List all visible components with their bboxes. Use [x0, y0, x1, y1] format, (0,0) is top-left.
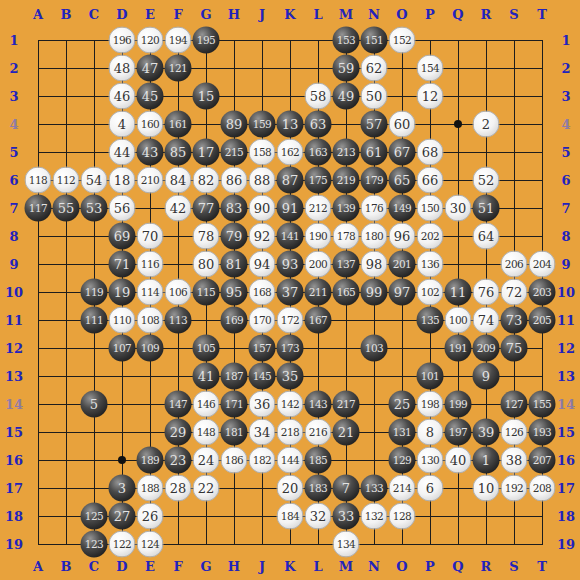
go-stone-M15: 21 — [333, 419, 360, 446]
coord-label-row-13: 13 — [557, 370, 575, 383]
coord-label-col-H: H — [228, 560, 240, 573]
go-stone-P5: 68 — [417, 139, 444, 166]
go-stone-L14: 143 — [305, 391, 332, 418]
go-stone-E11: 108 — [137, 307, 164, 334]
go-stone-F10: 106 — [165, 279, 192, 306]
go-stone-G5: 17 — [193, 139, 220, 166]
go-stone-H7: 83 — [221, 195, 248, 222]
coord-label-row-11: 11 — [557, 314, 575, 327]
coord-label-col-N: N — [368, 8, 380, 21]
go-stone-J9: 94 — [249, 251, 276, 278]
go-stone-S11: 73 — [501, 307, 528, 334]
coord-label-row-10: 10 — [5, 286, 23, 299]
go-stone-E4: 160 — [137, 111, 164, 138]
go-stone-S17: 192 — [501, 475, 528, 502]
go-stone-M3: 49 — [333, 83, 360, 110]
go-stone-O17: 214 — [389, 475, 416, 502]
go-stone-M6: 219 — [333, 167, 360, 194]
go-stone-O6: 65 — [389, 167, 416, 194]
go-stone-L17: 183 — [305, 475, 332, 502]
go-stone-M10: 165 — [333, 279, 360, 306]
go-stone-L16: 185 — [305, 447, 332, 474]
go-stone-J7: 90 — [249, 195, 276, 222]
go-stone-F16: 23 — [165, 447, 192, 474]
go-stone-C14: 5 — [81, 391, 108, 418]
go-stone-S12: 75 — [501, 335, 528, 362]
coord-label-col-C: C — [89, 560, 99, 573]
coord-label-col-J: J — [259, 8, 265, 21]
go-stone-C10: 119 — [81, 279, 108, 306]
go-stone-K4: 13 — [277, 111, 304, 138]
coord-label-row-5: 5 — [9, 146, 18, 159]
go-stone-S14: 127 — [501, 391, 528, 418]
coord-label-row-12: 12 — [557, 342, 575, 355]
coord-label-col-Q: Q — [452, 560, 463, 573]
go-stone-H9: 81 — [221, 251, 248, 278]
go-stone-E10: 114 — [137, 279, 164, 306]
coord-label-col-S: S — [509, 8, 518, 21]
go-stone-F7: 42 — [165, 195, 192, 222]
go-stone-P3: 12 — [417, 83, 444, 110]
go-stone-B7: 55 — [53, 195, 80, 222]
go-stone-F5: 85 — [165, 139, 192, 166]
go-stone-N10: 99 — [361, 279, 388, 306]
go-stone-F6: 84 — [165, 167, 192, 194]
go-stone-N4: 57 — [361, 111, 388, 138]
go-stone-T14: 155 — [529, 391, 556, 418]
go-stone-G7: 77 — [193, 195, 220, 222]
go-stone-E2: 47 — [137, 55, 164, 82]
go-stone-M5: 213 — [333, 139, 360, 166]
go-stone-D19: 122 — [109, 531, 136, 558]
go-stone-K6: 87 — [277, 167, 304, 194]
coord-label-row-4: 4 — [9, 118, 18, 131]
go-stone-E19: 124 — [137, 531, 164, 558]
coord-label-col-G: G — [200, 560, 211, 573]
go-stone-M9: 137 — [333, 251, 360, 278]
go-stone-L15: 216 — [305, 419, 332, 446]
coord-label-col-D: D — [116, 560, 127, 573]
go-stone-F11: 113 — [165, 307, 192, 334]
go-stone-Q16: 40 — [445, 447, 472, 474]
go-stone-N1: 151 — [361, 27, 388, 54]
coord-label-col-F: F — [173, 8, 182, 21]
go-stone-N7: 176 — [361, 195, 388, 222]
go-stone-G17: 22 — [193, 475, 220, 502]
go-stone-J8: 92 — [249, 223, 276, 250]
go-stone-K7: 91 — [277, 195, 304, 222]
go-stone-D7: 56 — [109, 195, 136, 222]
coord-label-row-17: 17 — [5, 482, 23, 495]
go-stone-N2: 62 — [361, 55, 388, 82]
go-stone-G13: 41 — [193, 363, 220, 390]
go-stone-G6: 82 — [193, 167, 220, 194]
go-stone-T11: 205 — [529, 307, 556, 334]
coord-label-row-14: 14 — [5, 398, 23, 411]
go-stone-L10: 211 — [305, 279, 332, 306]
coord-label-row-15: 15 — [5, 426, 23, 439]
coord-label-col-R: R — [481, 560, 492, 573]
go-stone-Q10: 11 — [445, 279, 472, 306]
coord-label-col-B: B — [61, 8, 72, 21]
go-stone-J5: 158 — [249, 139, 276, 166]
go-stone-O4: 60 — [389, 111, 416, 138]
coord-label-row-4: 4 — [561, 118, 570, 131]
go-stone-R11: 74 — [473, 307, 500, 334]
go-stone-H14: 171 — [221, 391, 248, 418]
go-stone-M17: 7 — [333, 475, 360, 502]
coord-label-col-N: N — [368, 560, 380, 573]
go-stone-P11: 135 — [417, 307, 444, 334]
go-stone-P6: 66 — [417, 167, 444, 194]
go-stone-R6: 52 — [473, 167, 500, 194]
go-stone-P2: 154 — [417, 55, 444, 82]
go-stone-H4: 89 — [221, 111, 248, 138]
coord-label-row-9: 9 — [561, 258, 570, 271]
coord-label-row-19: 19 — [557, 538, 575, 551]
go-stone-T9: 204 — [529, 251, 556, 278]
go-stone-G16: 24 — [193, 447, 220, 474]
go-stone-H10: 95 — [221, 279, 248, 306]
go-stone-H16: 186 — [221, 447, 248, 474]
go-stone-T15: 193 — [529, 419, 556, 446]
go-stone-S10: 72 — [501, 279, 528, 306]
go-stone-K8: 141 — [277, 223, 304, 250]
coord-label-col-S: S — [509, 560, 518, 573]
go-stone-J11: 170 — [249, 307, 276, 334]
go-stone-H13: 187 — [221, 363, 248, 390]
go-stone-L18: 32 — [305, 503, 332, 530]
go-stone-L3: 58 — [305, 83, 332, 110]
go-stone-O8: 96 — [389, 223, 416, 250]
go-stone-L8: 190 — [305, 223, 332, 250]
coord-label-row-9: 9 — [9, 258, 18, 271]
go-stone-C19: 123 — [81, 531, 108, 558]
go-stone-D18: 27 — [109, 503, 136, 530]
go-stone-O18: 128 — [389, 503, 416, 530]
go-stone-M2: 59 — [333, 55, 360, 82]
go-stone-C11: 111 — [81, 307, 108, 334]
go-stone-K9: 93 — [277, 251, 304, 278]
coord-label-row-3: 3 — [561, 90, 570, 103]
go-stone-M8: 178 — [333, 223, 360, 250]
go-stone-O14: 25 — [389, 391, 416, 418]
coord-label-row-2: 2 — [561, 62, 570, 75]
go-stone-Q14: 199 — [445, 391, 472, 418]
go-stone-G12: 105 — [193, 335, 220, 362]
go-stone-N8: 180 — [361, 223, 388, 250]
go-stone-G9: 80 — [193, 251, 220, 278]
go-stone-M14: 217 — [333, 391, 360, 418]
go-stone-M18: 33 — [333, 503, 360, 530]
star-point-Q4 — [454, 120, 462, 128]
go-stone-E5: 43 — [137, 139, 164, 166]
go-stone-R8: 64 — [473, 223, 500, 250]
coord-label-col-T: T — [537, 560, 547, 573]
go-board: AABBCCDDEEFFGGHHJJKKLLMMNNOOPPQQRRSSTT11… — [0, 0, 580, 580]
go-stone-K11: 172 — [277, 307, 304, 334]
coord-label-row-17: 17 — [557, 482, 575, 495]
go-stone-M19: 134 — [333, 531, 360, 558]
go-stone-N3: 50 — [361, 83, 388, 110]
go-stone-J6: 88 — [249, 167, 276, 194]
go-stone-J14: 36 — [249, 391, 276, 418]
star-point-D16 — [118, 456, 126, 464]
coord-label-col-D: D — [116, 8, 127, 21]
coord-label-col-M: M — [339, 560, 353, 573]
go-stone-O7: 149 — [389, 195, 416, 222]
go-stone-F2: 121 — [165, 55, 192, 82]
go-stone-F15: 29 — [165, 419, 192, 446]
go-stone-D5: 44 — [109, 139, 136, 166]
go-stone-E1: 120 — [137, 27, 164, 54]
coord-label-row-2: 2 — [9, 62, 18, 75]
coord-label-col-B: B — [61, 560, 72, 573]
go-stone-D17: 3 — [109, 475, 136, 502]
go-stone-K5: 162 — [277, 139, 304, 166]
go-stone-K16: 144 — [277, 447, 304, 474]
coord-label-row-16: 16 — [557, 454, 575, 467]
coord-label-col-T: T — [537, 8, 547, 21]
go-stone-D9: 71 — [109, 251, 136, 278]
coord-label-col-H: H — [228, 8, 240, 21]
go-stone-D1: 196 — [109, 27, 136, 54]
coord-label-row-11: 11 — [5, 314, 23, 327]
coord-label-row-18: 18 — [557, 510, 575, 523]
coord-label-col-A: A — [33, 560, 43, 573]
coord-label-row-8: 8 — [9, 230, 18, 243]
go-stone-C18: 125 — [81, 503, 108, 530]
go-stone-P16: 130 — [417, 447, 444, 474]
go-stone-J15: 34 — [249, 419, 276, 446]
go-stone-R15: 39 — [473, 419, 500, 446]
go-stone-L7: 212 — [305, 195, 332, 222]
go-stone-O5: 67 — [389, 139, 416, 166]
go-stone-G14: 146 — [193, 391, 220, 418]
coord-label-col-C: C — [89, 8, 99, 21]
coord-label-col-M: M — [339, 8, 353, 21]
go-stone-M1: 153 — [333, 27, 360, 54]
go-stone-K17: 20 — [277, 475, 304, 502]
coord-label-col-G: G — [200, 8, 211, 21]
coord-label-row-7: 7 — [561, 202, 570, 215]
go-stone-L9: 200 — [305, 251, 332, 278]
coord-label-col-R: R — [481, 8, 492, 21]
go-stone-P10: 102 — [417, 279, 444, 306]
go-stone-P14: 198 — [417, 391, 444, 418]
go-stone-D8: 69 — [109, 223, 136, 250]
go-stone-C7: 53 — [81, 195, 108, 222]
go-stone-F17: 28 — [165, 475, 192, 502]
go-stone-F4: 161 — [165, 111, 192, 138]
coord-label-row-1: 1 — [561, 34, 570, 47]
go-stone-N18: 132 — [361, 503, 388, 530]
go-stone-S16: 38 — [501, 447, 528, 474]
go-stone-S15: 126 — [501, 419, 528, 446]
coord-label-row-7: 7 — [9, 202, 18, 215]
go-stone-R4: 2 — [473, 111, 500, 138]
go-stone-O10: 97 — [389, 279, 416, 306]
go-stone-Q12: 191 — [445, 335, 472, 362]
go-stone-H5: 215 — [221, 139, 248, 166]
go-stone-S9: 206 — [501, 251, 528, 278]
go-stone-J10: 168 — [249, 279, 276, 306]
go-stone-T17: 208 — [529, 475, 556, 502]
go-stone-R12: 209 — [473, 335, 500, 362]
coord-label-row-13: 13 — [5, 370, 23, 383]
coord-label-col-O: O — [396, 8, 407, 21]
go-stone-L6: 175 — [305, 167, 332, 194]
coord-label-row-8: 8 — [561, 230, 570, 243]
go-stone-F14: 147 — [165, 391, 192, 418]
go-stone-R10: 76 — [473, 279, 500, 306]
go-stone-D3: 46 — [109, 83, 136, 110]
go-stone-K10: 37 — [277, 279, 304, 306]
go-stone-Q15: 197 — [445, 419, 472, 446]
go-stone-K13: 35 — [277, 363, 304, 390]
go-stone-E9: 116 — [137, 251, 164, 278]
coord-label-row-6: 6 — [9, 174, 18, 187]
go-stone-L11: 167 — [305, 307, 332, 334]
coord-label-col-J: J — [259, 560, 265, 573]
go-stone-G3: 15 — [193, 83, 220, 110]
go-stone-J13: 145 — [249, 363, 276, 390]
go-stone-P8: 202 — [417, 223, 444, 250]
go-stone-K15: 218 — [277, 419, 304, 446]
coord-label-row-16: 16 — [5, 454, 23, 467]
go-stone-Q11: 100 — [445, 307, 472, 334]
go-stone-D11: 110 — [109, 307, 136, 334]
coord-label-col-L: L — [313, 8, 322, 21]
go-stone-L5: 163 — [305, 139, 332, 166]
coord-label-row-19: 19 — [5, 538, 23, 551]
go-stone-O15: 131 — [389, 419, 416, 446]
go-stone-K12: 173 — [277, 335, 304, 362]
go-stone-R16: 1 — [473, 447, 500, 474]
go-stone-N17: 133 — [361, 475, 388, 502]
coord-label-col-E: E — [145, 8, 155, 21]
go-stone-N9: 98 — [361, 251, 388, 278]
go-stone-E17: 188 — [137, 475, 164, 502]
go-stone-R7: 51 — [473, 195, 500, 222]
go-stone-D4: 4 — [109, 111, 136, 138]
go-stone-E3: 45 — [137, 83, 164, 110]
coord-label-col-O: O — [396, 560, 407, 573]
go-stone-R13: 9 — [473, 363, 500, 390]
coord-label-row-10: 10 — [557, 286, 575, 299]
go-stone-D6: 18 — [109, 167, 136, 194]
go-stone-D10: 19 — [109, 279, 136, 306]
go-stone-N12: 103 — [361, 335, 388, 362]
coord-label-row-14: 14 — [557, 398, 575, 411]
coord-label-row-12: 12 — [5, 342, 23, 355]
go-stone-E8: 70 — [137, 223, 164, 250]
go-stone-H6: 86 — [221, 167, 248, 194]
go-stone-B6: 112 — [53, 167, 80, 194]
coord-label-row-5: 5 — [561, 146, 570, 159]
go-stone-G10: 115 — [193, 279, 220, 306]
coord-label-col-P: P — [425, 560, 435, 573]
go-stone-E12: 109 — [137, 335, 164, 362]
go-stone-Q7: 30 — [445, 195, 472, 222]
go-stone-P7: 150 — [417, 195, 444, 222]
coord-label-col-F: F — [173, 560, 182, 573]
go-stone-P9: 136 — [417, 251, 444, 278]
go-stone-P13: 101 — [417, 363, 444, 390]
go-stone-H11: 169 — [221, 307, 248, 334]
coord-label-row-18: 18 — [5, 510, 23, 523]
go-stone-N5: 61 — [361, 139, 388, 166]
go-stone-A6: 118 — [25, 167, 52, 194]
go-stone-T16: 207 — [529, 447, 556, 474]
coord-label-col-Q: Q — [452, 8, 463, 21]
go-stone-R17: 10 — [473, 475, 500, 502]
go-stone-E18: 26 — [137, 503, 164, 530]
go-stone-A7: 117 — [25, 195, 52, 222]
go-stone-D12: 107 — [109, 335, 136, 362]
go-stone-G1: 195 — [193, 27, 220, 54]
go-stone-E16: 189 — [137, 447, 164, 474]
go-stone-J16: 182 — [249, 447, 276, 474]
go-stone-C6: 54 — [81, 167, 108, 194]
go-stone-J12: 157 — [249, 335, 276, 362]
go-stone-T10: 203 — [529, 279, 556, 306]
coord-label-col-E: E — [145, 560, 155, 573]
go-stone-G8: 78 — [193, 223, 220, 250]
go-stone-P17: 6 — [417, 475, 444, 502]
go-stone-J4: 159 — [249, 111, 276, 138]
go-stone-M7: 139 — [333, 195, 360, 222]
coord-label-col-P: P — [425, 8, 435, 21]
coord-label-col-K: K — [284, 8, 295, 21]
coord-label-row-3: 3 — [9, 90, 18, 103]
coord-label-row-15: 15 — [557, 426, 575, 439]
go-stone-D2: 48 — [109, 55, 136, 82]
go-stone-L4: 63 — [305, 111, 332, 138]
go-stone-H15: 181 — [221, 419, 248, 446]
go-stone-N6: 179 — [361, 167, 388, 194]
coord-label-row-1: 1 — [9, 34, 18, 47]
go-stone-F1: 194 — [165, 27, 192, 54]
go-stone-O16: 129 — [389, 447, 416, 474]
go-stone-K14: 142 — [277, 391, 304, 418]
coord-label-col-L: L — [313, 560, 322, 573]
go-stone-O9: 201 — [389, 251, 416, 278]
go-stone-O1: 152 — [389, 27, 416, 54]
go-stone-K18: 184 — [277, 503, 304, 530]
go-stone-E6: 210 — [137, 167, 164, 194]
go-stone-H8: 79 — [221, 223, 248, 250]
go-stone-P15: 8 — [417, 419, 444, 446]
coord-label-col-K: K — [284, 560, 295, 573]
go-stone-G15: 148 — [193, 419, 220, 446]
coord-label-col-A: A — [33, 8, 43, 21]
coord-label-row-6: 6 — [561, 174, 570, 187]
